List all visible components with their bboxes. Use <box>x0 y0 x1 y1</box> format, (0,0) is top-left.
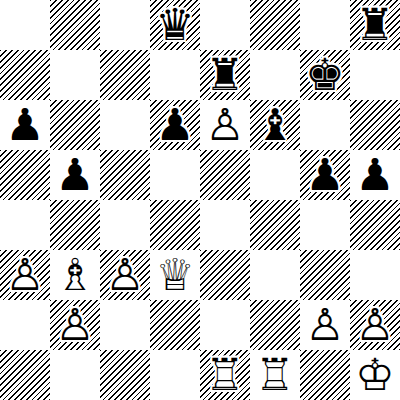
square-a7[interactable] <box>0 50 50 100</box>
white-pawn-halo: ♟ <box>200 100 250 150</box>
square-g7[interactable]: ♚♚ <box>300 50 350 100</box>
square-e2[interactable] <box>200 300 250 350</box>
square-g6[interactable] <box>300 100 350 150</box>
square-b7[interactable] <box>50 50 100 100</box>
white-pawn-halo: ♟ <box>350 300 400 350</box>
black-bishop: ♝ <box>250 100 300 150</box>
square-c7[interactable] <box>100 50 150 100</box>
black-pawn-halo: ♟ <box>350 150 400 200</box>
chess-board: ♛♛♜♜♜♜♚♚♟♟♟♟♟♙♝♝♟♟♟♟♟♟♟♙♝♗♟♙♛♕♟♙♟♙♟♙♜♖♜♖… <box>0 0 400 400</box>
square-f6[interactable]: ♝♝ <box>250 100 300 150</box>
square-c6[interactable] <box>100 100 150 150</box>
black-rook: ♜ <box>200 50 250 100</box>
square-a1[interactable] <box>0 350 50 400</box>
square-d7[interactable] <box>150 50 200 100</box>
white-king-halo: ♚ <box>350 350 400 400</box>
black-pawn: ♟ <box>150 100 200 150</box>
square-a3[interactable]: ♟♙ <box>0 250 50 300</box>
square-f5[interactable] <box>250 150 300 200</box>
square-g2[interactable]: ♟♙ <box>300 300 350 350</box>
square-h6[interactable] <box>350 100 400 150</box>
square-d2[interactable] <box>150 300 200 350</box>
square-h5[interactable]: ♟♟ <box>350 150 400 200</box>
square-b1[interactable] <box>50 350 100 400</box>
square-c4[interactable] <box>100 200 150 250</box>
white-pawn: ♙ <box>200 100 250 150</box>
square-g8[interactable] <box>300 0 350 50</box>
white-king: ♔ <box>350 350 400 400</box>
white-rook-halo: ♜ <box>250 350 300 400</box>
square-h1[interactable]: ♚♔ <box>350 350 400 400</box>
square-h4[interactable] <box>350 200 400 250</box>
black-king-halo: ♚ <box>300 50 350 100</box>
square-h2[interactable]: ♟♙ <box>350 300 400 350</box>
black-pawn-halo: ♟ <box>300 150 350 200</box>
square-c3[interactable]: ♟♙ <box>100 250 150 300</box>
square-f1[interactable]: ♜♖ <box>250 350 300 400</box>
black-pawn-halo: ♟ <box>0 100 50 150</box>
black-rook: ♜ <box>350 0 400 50</box>
square-d1[interactable] <box>150 350 200 400</box>
white-pawn-halo: ♟ <box>300 300 350 350</box>
square-a8[interactable] <box>0 0 50 50</box>
square-a2[interactable] <box>0 300 50 350</box>
white-bishop: ♗ <box>50 250 100 300</box>
square-e5[interactable] <box>200 150 250 200</box>
square-d8[interactable]: ♛♛ <box>150 0 200 50</box>
white-pawn: ♙ <box>350 300 400 350</box>
black-pawn-halo: ♟ <box>150 100 200 150</box>
square-f3[interactable] <box>250 250 300 300</box>
black-rook-halo: ♜ <box>350 0 400 50</box>
square-g4[interactable] <box>300 200 350 250</box>
square-b3[interactable]: ♝♗ <box>50 250 100 300</box>
black-queen-halo: ♛ <box>150 0 200 50</box>
square-f4[interactable] <box>250 200 300 250</box>
white-rook-halo: ♜ <box>200 350 250 400</box>
square-c5[interactable] <box>100 150 150 200</box>
square-g1[interactable] <box>300 350 350 400</box>
square-h7[interactable] <box>350 50 400 100</box>
square-f7[interactable] <box>250 50 300 100</box>
square-c8[interactable] <box>100 0 150 50</box>
white-queen: ♕ <box>150 250 200 300</box>
square-e1[interactable]: ♜♖ <box>200 350 250 400</box>
square-b5[interactable]: ♟♟ <box>50 150 100 200</box>
square-b4[interactable] <box>50 200 100 250</box>
square-g3[interactable] <box>300 250 350 300</box>
white-pawn: ♙ <box>100 250 150 300</box>
square-e3[interactable] <box>200 250 250 300</box>
white-queen-halo: ♛ <box>150 250 200 300</box>
square-c1[interactable] <box>100 350 150 400</box>
square-b8[interactable] <box>50 0 100 50</box>
square-d6[interactable]: ♟♟ <box>150 100 200 150</box>
black-pawn: ♟ <box>350 150 400 200</box>
square-f8[interactable] <box>250 0 300 50</box>
square-e8[interactable] <box>200 0 250 50</box>
black-pawn: ♟ <box>0 100 50 150</box>
black-pawn-halo: ♟ <box>50 150 100 200</box>
white-bishop-halo: ♝ <box>50 250 100 300</box>
square-a6[interactable]: ♟♟ <box>0 100 50 150</box>
white-pawn: ♙ <box>300 300 350 350</box>
square-b6[interactable] <box>50 100 100 150</box>
square-d4[interactable] <box>150 200 200 250</box>
square-c2[interactable] <box>100 300 150 350</box>
white-rook: ♖ <box>200 350 250 400</box>
square-a4[interactable] <box>0 200 50 250</box>
square-h8[interactable]: ♜♜ <box>350 0 400 50</box>
square-d3[interactable]: ♛♕ <box>150 250 200 300</box>
black-bishop-halo: ♝ <box>250 100 300 150</box>
square-f2[interactable] <box>250 300 300 350</box>
square-e6[interactable]: ♟♙ <box>200 100 250 150</box>
square-h3[interactable] <box>350 250 400 300</box>
square-b2[interactable]: ♟♙ <box>50 300 100 350</box>
square-g5[interactable]: ♟♟ <box>300 150 350 200</box>
white-rook: ♖ <box>250 350 300 400</box>
black-queen: ♛ <box>150 0 200 50</box>
square-e7[interactable]: ♜♜ <box>200 50 250 100</box>
square-a5[interactable] <box>0 150 50 200</box>
white-pawn: ♙ <box>50 300 100 350</box>
white-pawn-halo: ♟ <box>100 250 150 300</box>
square-d5[interactable] <box>150 150 200 200</box>
white-pawn-halo: ♟ <box>50 300 100 350</box>
white-pawn-halo: ♟ <box>0 250 50 300</box>
square-e4[interactable] <box>200 200 250 250</box>
black-rook-halo: ♜ <box>200 50 250 100</box>
white-pawn: ♙ <box>0 250 50 300</box>
black-pawn: ♟ <box>50 150 100 200</box>
black-king: ♚ <box>300 50 350 100</box>
black-pawn: ♟ <box>300 150 350 200</box>
